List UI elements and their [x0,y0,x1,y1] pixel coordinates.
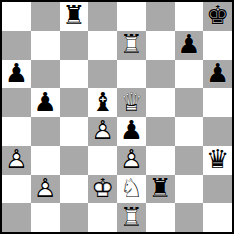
square-c5[interactable] [60,88,89,117]
white-rook-piece: ♜♖ [117,31,146,60]
black-pawn-piece: ♟ [203,60,232,89]
white-pawn-piece: ♟♙ [2,146,31,175]
black-king-piece: ♚ [203,2,232,31]
white-queen-piece: ♛♕ [117,88,146,117]
square-b7[interactable] [31,31,60,60]
square-f2[interactable]: ♜ [146,175,175,204]
white-rook-piece: ♜♖ [117,203,146,232]
square-f5[interactable] [146,88,175,117]
square-h2[interactable] [203,175,232,204]
square-h3[interactable]: ♛ [203,146,232,175]
square-g2[interactable] [175,175,204,204]
square-d5[interactable]: ♝ [88,88,117,117]
chess-board: ♜♚♜♖♟♟♟♟♝♛♕♟♙♟♟♙♟♙♛♟♙♚♔♞♘♜♜♖ [0,0,234,234]
square-c2[interactable] [60,175,89,204]
black-queen-piece: ♛ [203,146,232,175]
square-f4[interactable] [146,117,175,146]
white-knight-piece: ♞♘ [117,175,146,204]
square-c1[interactable] [60,203,89,232]
square-a2[interactable] [2,175,31,204]
square-a7[interactable] [2,31,31,60]
white-king-piece: ♚♔ [88,175,117,204]
square-f7[interactable] [146,31,175,60]
square-e7[interactable]: ♜♖ [117,31,146,60]
square-e3[interactable]: ♟♙ [117,146,146,175]
square-d8[interactable] [88,2,117,31]
square-g4[interactable] [175,117,204,146]
black-rook-piece: ♜ [146,175,175,204]
square-g6[interactable] [175,60,204,89]
square-d6[interactable] [88,60,117,89]
square-b8[interactable] [31,2,60,31]
square-a6[interactable]: ♟ [2,60,31,89]
square-c4[interactable] [60,117,89,146]
square-a5[interactable] [2,88,31,117]
square-e5[interactable]: ♛♕ [117,88,146,117]
square-f3[interactable] [146,146,175,175]
square-b2[interactable]: ♟♙ [31,175,60,204]
square-a4[interactable] [2,117,31,146]
square-e1[interactable]: ♜♖ [117,203,146,232]
black-bishop-piece: ♝ [88,88,117,117]
square-a3[interactable]: ♟♙ [2,146,31,175]
square-g5[interactable] [175,88,204,117]
square-b5[interactable]: ♟ [31,88,60,117]
square-e8[interactable] [117,2,146,31]
square-h8[interactable]: ♚ [203,2,232,31]
square-a1[interactable] [2,203,31,232]
black-pawn-piece: ♟ [175,31,204,60]
square-b3[interactable] [31,146,60,175]
square-c7[interactable] [60,31,89,60]
black-pawn-piece: ♟ [2,60,31,89]
square-c3[interactable] [60,146,89,175]
white-pawn-piece: ♟♙ [88,117,117,146]
black-pawn-piece: ♟ [117,117,146,146]
square-e2[interactable]: ♞♘ [117,175,146,204]
black-rook-piece: ♜ [60,2,89,31]
square-d7[interactable] [88,31,117,60]
square-d2[interactable]: ♚♔ [88,175,117,204]
square-g1[interactable] [175,203,204,232]
square-a8[interactable] [2,2,31,31]
square-f6[interactable] [146,60,175,89]
square-h6[interactable]: ♟ [203,60,232,89]
square-f1[interactable] [146,203,175,232]
square-b6[interactable] [31,60,60,89]
square-g3[interactable] [175,146,204,175]
square-c6[interactable] [60,60,89,89]
square-b1[interactable] [31,203,60,232]
square-b4[interactable] [31,117,60,146]
square-h7[interactable] [203,31,232,60]
square-d3[interactable] [88,146,117,175]
white-pawn-piece: ♟♙ [117,146,146,175]
square-h4[interactable] [203,117,232,146]
white-pawn-piece: ♟♙ [31,175,60,204]
square-e6[interactable] [117,60,146,89]
square-f8[interactable] [146,2,175,31]
square-d4[interactable]: ♟♙ [88,117,117,146]
black-pawn-piece: ♟ [31,88,60,117]
square-h1[interactable] [203,203,232,232]
square-h5[interactable] [203,88,232,117]
square-d1[interactable] [88,203,117,232]
square-g8[interactable] [175,2,204,31]
square-g7[interactable]: ♟ [175,31,204,60]
square-c8[interactable]: ♜ [60,2,89,31]
square-e4[interactable]: ♟ [117,117,146,146]
